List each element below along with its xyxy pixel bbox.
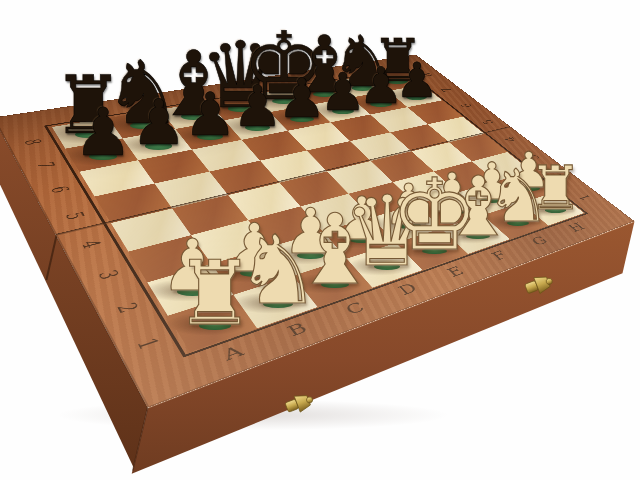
rank-label-left-1: 1 bbox=[126, 328, 167, 363]
piece-white-rook-h1[interactable]: ♜ bbox=[525, 158, 585, 218]
rank-label-left-5: 5 bbox=[56, 204, 91, 228]
file-label-a: A bbox=[213, 341, 254, 368]
piece-black-pawn-a7[interactable]: ♟ bbox=[70, 100, 136, 166]
rank-label-left-3: 3 bbox=[88, 261, 126, 290]
rank-label-left-8: 8 bbox=[16, 133, 47, 152]
rank-label-left-7: 7 bbox=[28, 155, 60, 175]
rank-label-left-2: 2 bbox=[106, 293, 145, 324]
rank-label-left-4: 4 bbox=[71, 232, 107, 258]
rank-label-left-6: 6 bbox=[42, 179, 75, 201]
chess-set-photo: 1122334455667788ABCDEFGH ♜♞♝♛♚♝♞♜♟♟♟♟♟♟♟… bbox=[0, 0, 640, 480]
piece-black-pawn-h7[interactable]: ♟ bbox=[393, 56, 441, 104]
